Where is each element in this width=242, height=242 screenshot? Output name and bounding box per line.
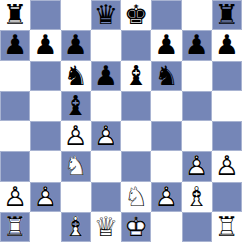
square-h2[interactable] [212, 182, 242, 212]
piece-outline: ♗ [182, 182, 212, 212]
piece-white-pawn[interactable]: ♟♙ [212, 151, 242, 181]
piece-white-knight[interactable]: ♞♘ [61, 151, 91, 181]
square-d1[interactable]: ♛♕ [91, 212, 121, 242]
piece-black-king[interactable]: ♚ [121, 0, 151, 30]
piece-white-bishop[interactable]: ♝♗ [182, 182, 212, 212]
square-b4[interactable] [30, 121, 60, 151]
square-a8[interactable]: ♜ [0, 0, 30, 30]
piece-outline: ♙ [151, 182, 181, 212]
square-a1[interactable]: ♜♖ [0, 212, 30, 242]
piece-black-pawn[interactable]: ♟ [0, 30, 30, 60]
square-g2[interactable]: ♝♗ [182, 182, 212, 212]
square-e8[interactable]: ♚ [121, 0, 151, 30]
piece-white-king[interactable]: ♚♔ [121, 212, 151, 242]
piece-outline: ♙ [182, 151, 212, 181]
square-a6[interactable] [0, 61, 30, 91]
square-d7[interactable] [91, 30, 121, 60]
piece-black-knight[interactable]: ♞ [151, 61, 181, 91]
square-h7[interactable]: ♟ [212, 30, 242, 60]
square-e2[interactable]: ♞♘ [121, 182, 151, 212]
square-a2[interactable]: ♟♙ [0, 182, 30, 212]
piece-black-pawn[interactable]: ♟ [61, 30, 91, 60]
piece-outline: ♖ [212, 212, 242, 242]
square-a4[interactable] [0, 121, 30, 151]
square-g7[interactable]: ♟ [182, 30, 212, 60]
piece-white-queen[interactable]: ♛♕ [91, 212, 121, 242]
square-f4[interactable] [151, 121, 181, 151]
piece-black-pawn[interactable]: ♟ [30, 30, 60, 60]
piece-white-rook[interactable]: ♜♖ [0, 212, 30, 242]
square-c2[interactable] [61, 182, 91, 212]
piece-outline: ♗ [61, 212, 91, 242]
square-c6[interactable]: ♞ [61, 61, 91, 91]
square-d5[interactable] [91, 91, 121, 121]
piece-white-pawn[interactable]: ♟♙ [0, 182, 30, 212]
piece-white-bishop[interactable]: ♝♗ [61, 212, 91, 242]
square-h6[interactable] [212, 61, 242, 91]
square-a3[interactable] [0, 151, 30, 181]
square-b7[interactable]: ♟ [30, 30, 60, 60]
square-b2[interactable]: ♟♙ [30, 182, 60, 212]
piece-white-rook[interactable]: ♜♖ [212, 212, 242, 242]
square-f3[interactable] [151, 151, 181, 181]
piece-black-pawn[interactable]: ♟ [212, 30, 242, 60]
square-f6[interactable]: ♞ [151, 61, 181, 91]
square-e3[interactable] [121, 151, 151, 181]
piece-outline: ♙ [30, 182, 60, 212]
square-d2[interactable] [91, 182, 121, 212]
square-e4[interactable] [121, 121, 151, 151]
piece-outline: ♙ [0, 182, 30, 212]
piece-black-pawn[interactable]: ♟ [91, 61, 121, 91]
square-c3[interactable]: ♞♘ [61, 151, 91, 181]
piece-white-pawn[interactable]: ♟♙ [91, 121, 121, 151]
piece-black-pawn[interactable]: ♟ [182, 30, 212, 60]
square-f1[interactable] [151, 212, 181, 242]
piece-outline: ♘ [121, 182, 151, 212]
square-b6[interactable] [30, 61, 60, 91]
square-d8[interactable]: ♛ [91, 0, 121, 30]
square-g6[interactable] [182, 61, 212, 91]
square-a5[interactable] [0, 91, 30, 121]
square-h4[interactable] [212, 121, 242, 151]
piece-outline: ♕ [91, 212, 121, 242]
square-g8[interactable] [182, 0, 212, 30]
piece-outline: ♙ [91, 121, 121, 151]
piece-white-pawn[interactable]: ♟♙ [182, 151, 212, 181]
square-b8[interactable] [30, 0, 60, 30]
piece-outline: ♔ [121, 212, 151, 242]
piece-black-queen[interactable]: ♛ [91, 0, 121, 30]
piece-outline: ♘ [61, 151, 91, 181]
square-h8[interactable]: ♜ [212, 0, 242, 30]
square-g3[interactable]: ♟♙ [182, 151, 212, 181]
square-c1[interactable]: ♝♗ [61, 212, 91, 242]
square-g1[interactable] [182, 212, 212, 242]
piece-black-rook[interactable]: ♜ [0, 0, 30, 30]
square-b1[interactable] [30, 212, 60, 242]
piece-black-bishop[interactable]: ♝ [121, 61, 151, 91]
piece-white-pawn[interactable]: ♟♙ [61, 121, 91, 151]
square-h1[interactable]: ♜♖ [212, 212, 242, 242]
square-f2[interactable]: ♟♙ [151, 182, 181, 212]
square-c4[interactable]: ♟♙ [61, 121, 91, 151]
piece-black-knight[interactable]: ♞ [61, 61, 91, 91]
square-b3[interactable] [30, 151, 60, 181]
square-f7[interactable]: ♟ [151, 30, 181, 60]
piece-outline: ♖ [0, 212, 30, 242]
square-g5[interactable] [182, 91, 212, 121]
square-f8[interactable] [151, 0, 181, 30]
square-d6[interactable]: ♟ [91, 61, 121, 91]
square-h5[interactable] [212, 91, 242, 121]
square-b5[interactable] [30, 91, 60, 121]
square-c8[interactable] [61, 0, 91, 30]
piece-white-pawn[interactable]: ♟♙ [151, 182, 181, 212]
square-g4[interactable] [182, 121, 212, 151]
square-e1[interactable]: ♚♔ [121, 212, 151, 242]
square-e7[interactable] [121, 30, 151, 60]
square-c7[interactable]: ♟ [61, 30, 91, 60]
square-e5[interactable] [121, 91, 151, 121]
square-h3[interactable]: ♟♙ [212, 151, 242, 181]
square-d3[interactable] [91, 151, 121, 181]
piece-black-pawn[interactable]: ♟ [151, 30, 181, 60]
piece-white-pawn[interactable]: ♟♙ [30, 182, 60, 212]
square-d4[interactable]: ♟♙ [91, 121, 121, 151]
piece-outline: ♙ [61, 121, 91, 151]
piece-black-rook[interactable]: ♜ [212, 0, 242, 30]
chess-board: ♜♛♚♜♟♟♟♟♟♟♞♟♝♞♝♟♙♟♙♞♘♟♙♟♙♟♙♟♙♞♘♟♙♝♗♜♖♝♗♛… [0, 0, 242, 242]
square-c5[interactable]: ♝ [61, 91, 91, 121]
square-f5[interactable] [151, 91, 181, 121]
square-e6[interactable]: ♝ [121, 61, 151, 91]
square-a7[interactable]: ♟ [0, 30, 30, 60]
piece-white-knight[interactable]: ♞♘ [121, 182, 151, 212]
piece-outline: ♙ [212, 151, 242, 181]
piece-black-bishop[interactable]: ♝ [61, 91, 91, 121]
